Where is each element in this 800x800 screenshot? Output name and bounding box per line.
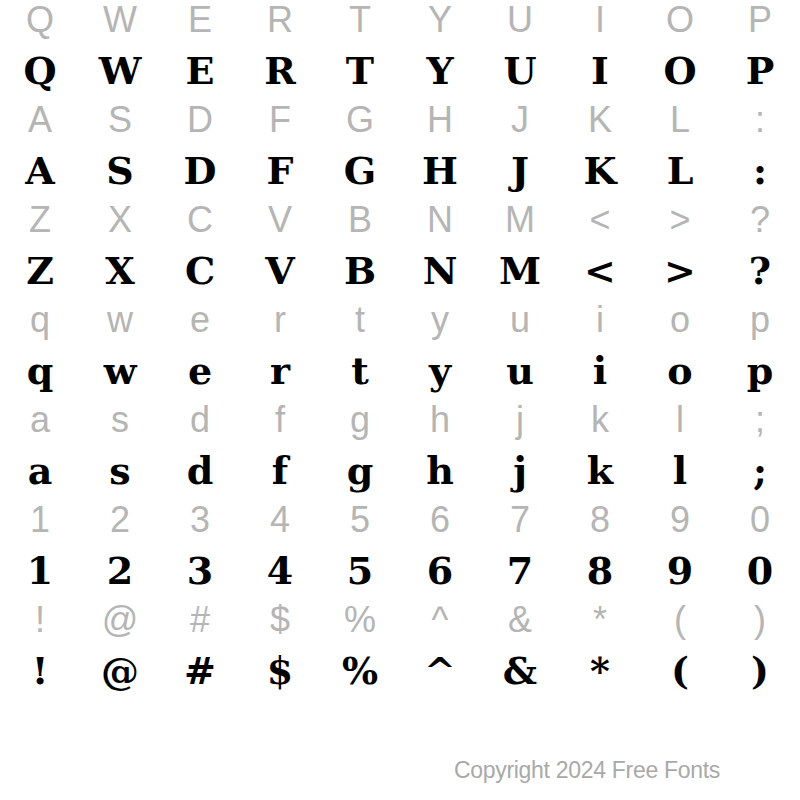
char-cell: N [400, 195, 480, 245]
char-cell: p [720, 345, 800, 395]
char-cell: M [480, 195, 560, 245]
char-cell: 1 [0, 495, 80, 545]
char-cell: P [720, 0, 800, 45]
char-cell: Y [400, 0, 480, 45]
char-cell: H [400, 95, 480, 145]
char-cell: $ [240, 645, 320, 695]
char-cell: G [320, 145, 400, 195]
char-cell: < [560, 195, 640, 245]
char-cell: O [640, 0, 720, 45]
char-cell: % [320, 595, 400, 645]
char-cell: > [640, 195, 720, 245]
char-cell: S [80, 145, 160, 195]
char-cell: g [320, 445, 400, 495]
char-cell: A [0, 145, 80, 195]
char-cell: h [400, 445, 480, 495]
char-cell: L [640, 95, 720, 145]
char-cell: Q [0, 45, 80, 95]
char-cell: ! [0, 595, 80, 645]
char-cell: & [480, 645, 560, 695]
copyright-text: Copyright 2024 Free Fonts [454, 757, 720, 784]
char-cell: C [160, 195, 240, 245]
char-cell: N [400, 245, 480, 295]
char-cell: C [160, 245, 240, 295]
char-cell: U [480, 0, 560, 45]
char-cell: # [160, 595, 240, 645]
char-cell: h [400, 395, 480, 445]
char-cell: Y [400, 45, 480, 95]
char-cell: 2 [80, 495, 160, 545]
char-cell: D [160, 145, 240, 195]
char-cell: r [240, 345, 320, 395]
char-cell: K [560, 95, 640, 145]
char-cell: W [80, 45, 160, 95]
char-cell: ! [0, 645, 80, 695]
char-cell: d [160, 445, 240, 495]
char-cell: > [640, 245, 720, 295]
char-cell: 7 [480, 495, 560, 545]
char-cell: D [160, 95, 240, 145]
char-cell: S [80, 95, 160, 145]
char-cell: % [320, 645, 400, 695]
char-cell: i [560, 345, 640, 395]
char-cell: 0 [720, 495, 800, 545]
char-cell: 8 [560, 545, 640, 595]
char-cell: 9 [640, 545, 720, 595]
char-cell: 8 [560, 495, 640, 545]
char-cell: w [80, 295, 160, 345]
char-cell: P [720, 45, 800, 95]
char-cell: 3 [160, 495, 240, 545]
char-cell: : [720, 95, 800, 145]
char-cell: ) [720, 595, 800, 645]
char-cell: < [560, 245, 640, 295]
char-cell: j [480, 395, 560, 445]
char-cell: J [480, 95, 560, 145]
char-cell: M [480, 245, 560, 295]
char-cell: H [400, 145, 480, 195]
char-cell: W [80, 0, 160, 45]
char-cell: O [640, 45, 720, 95]
character-grid: Q W E R T Y U I O P Q W E R T Y U I O P … [0, 0, 800, 700]
char-cell: L [640, 145, 720, 195]
char-cell: u [480, 345, 560, 395]
char-cell: B [320, 245, 400, 295]
char-cell: q [0, 295, 80, 345]
char-cell: y [400, 295, 480, 345]
char-cell: 9 [640, 495, 720, 545]
char-cell: i [560, 295, 640, 345]
char-cell: 7 [480, 545, 560, 595]
char-cell: l [640, 445, 720, 495]
char-cell: ; [720, 395, 800, 445]
char-cell: V [240, 245, 320, 295]
char-cell: ; [720, 445, 800, 495]
char-cell: e [160, 345, 240, 395]
char-cell: 1 [0, 545, 80, 595]
char-cell: f [240, 395, 320, 445]
char-cell: p [720, 295, 800, 345]
char-cell: V [240, 195, 320, 245]
char-cell: a [0, 445, 80, 495]
char-cell: R [240, 45, 320, 95]
char-cell: f [240, 445, 320, 495]
char-cell: j [480, 445, 560, 495]
char-cell: 5 [320, 495, 400, 545]
char-cell: 6 [400, 545, 480, 595]
char-cell: R [240, 0, 320, 45]
char-cell: l [640, 395, 720, 445]
char-cell: u [480, 295, 560, 345]
char-cell: : [720, 145, 800, 195]
char-cell: Z [0, 245, 80, 295]
char-cell: k [560, 395, 640, 445]
char-cell: Q [0, 0, 80, 45]
char-cell: ( [640, 595, 720, 645]
char-cell: X [80, 245, 160, 295]
char-cell: w [80, 345, 160, 395]
char-cell: r [240, 295, 320, 345]
char-cell: * [560, 645, 640, 695]
char-cell: K [560, 145, 640, 195]
char-cell: G [320, 95, 400, 145]
char-cell: F [240, 145, 320, 195]
char-cell: @ [80, 595, 160, 645]
char-cell: I [560, 45, 640, 95]
char-cell: 6 [400, 495, 480, 545]
char-cell: s [80, 445, 160, 495]
char-cell: F [240, 95, 320, 145]
char-cell: U [480, 45, 560, 95]
char-cell: @ [80, 645, 160, 695]
char-cell: ^ [400, 595, 480, 645]
char-cell: d [160, 395, 240, 445]
char-cell: 3 [160, 545, 240, 595]
char-cell: B [320, 195, 400, 245]
char-cell: ? [720, 245, 800, 295]
char-cell: X [80, 195, 160, 245]
char-cell: ( [640, 645, 720, 695]
char-cell: T [320, 45, 400, 95]
char-cell: E [160, 45, 240, 95]
char-cell: 4 [240, 545, 320, 595]
char-cell: q [0, 345, 80, 395]
char-cell: * [560, 595, 640, 645]
char-cell: & [480, 595, 560, 645]
char-cell: # [160, 645, 240, 695]
char-cell: ) [720, 645, 800, 695]
char-cell: T [320, 0, 400, 45]
char-cell: E [160, 0, 240, 45]
char-cell: o [640, 295, 720, 345]
char-cell: y [400, 345, 480, 395]
char-cell: 2 [80, 545, 160, 595]
char-cell: ? [720, 195, 800, 245]
char-cell: ^ [400, 645, 480, 695]
char-cell: e [160, 295, 240, 345]
char-cell: t [320, 345, 400, 395]
char-cell: o [640, 345, 720, 395]
char-cell: 5 [320, 545, 400, 595]
char-cell: A [0, 95, 80, 145]
char-cell: 0 [720, 545, 800, 595]
char-cell: a [0, 395, 80, 445]
char-cell: s [80, 395, 160, 445]
char-cell: Z [0, 195, 80, 245]
char-cell: t [320, 295, 400, 345]
char-cell: J [480, 145, 560, 195]
char-cell: I [560, 0, 640, 45]
char-cell: $ [240, 595, 320, 645]
char-cell: k [560, 445, 640, 495]
char-cell: g [320, 395, 400, 445]
char-cell: 4 [240, 495, 320, 545]
